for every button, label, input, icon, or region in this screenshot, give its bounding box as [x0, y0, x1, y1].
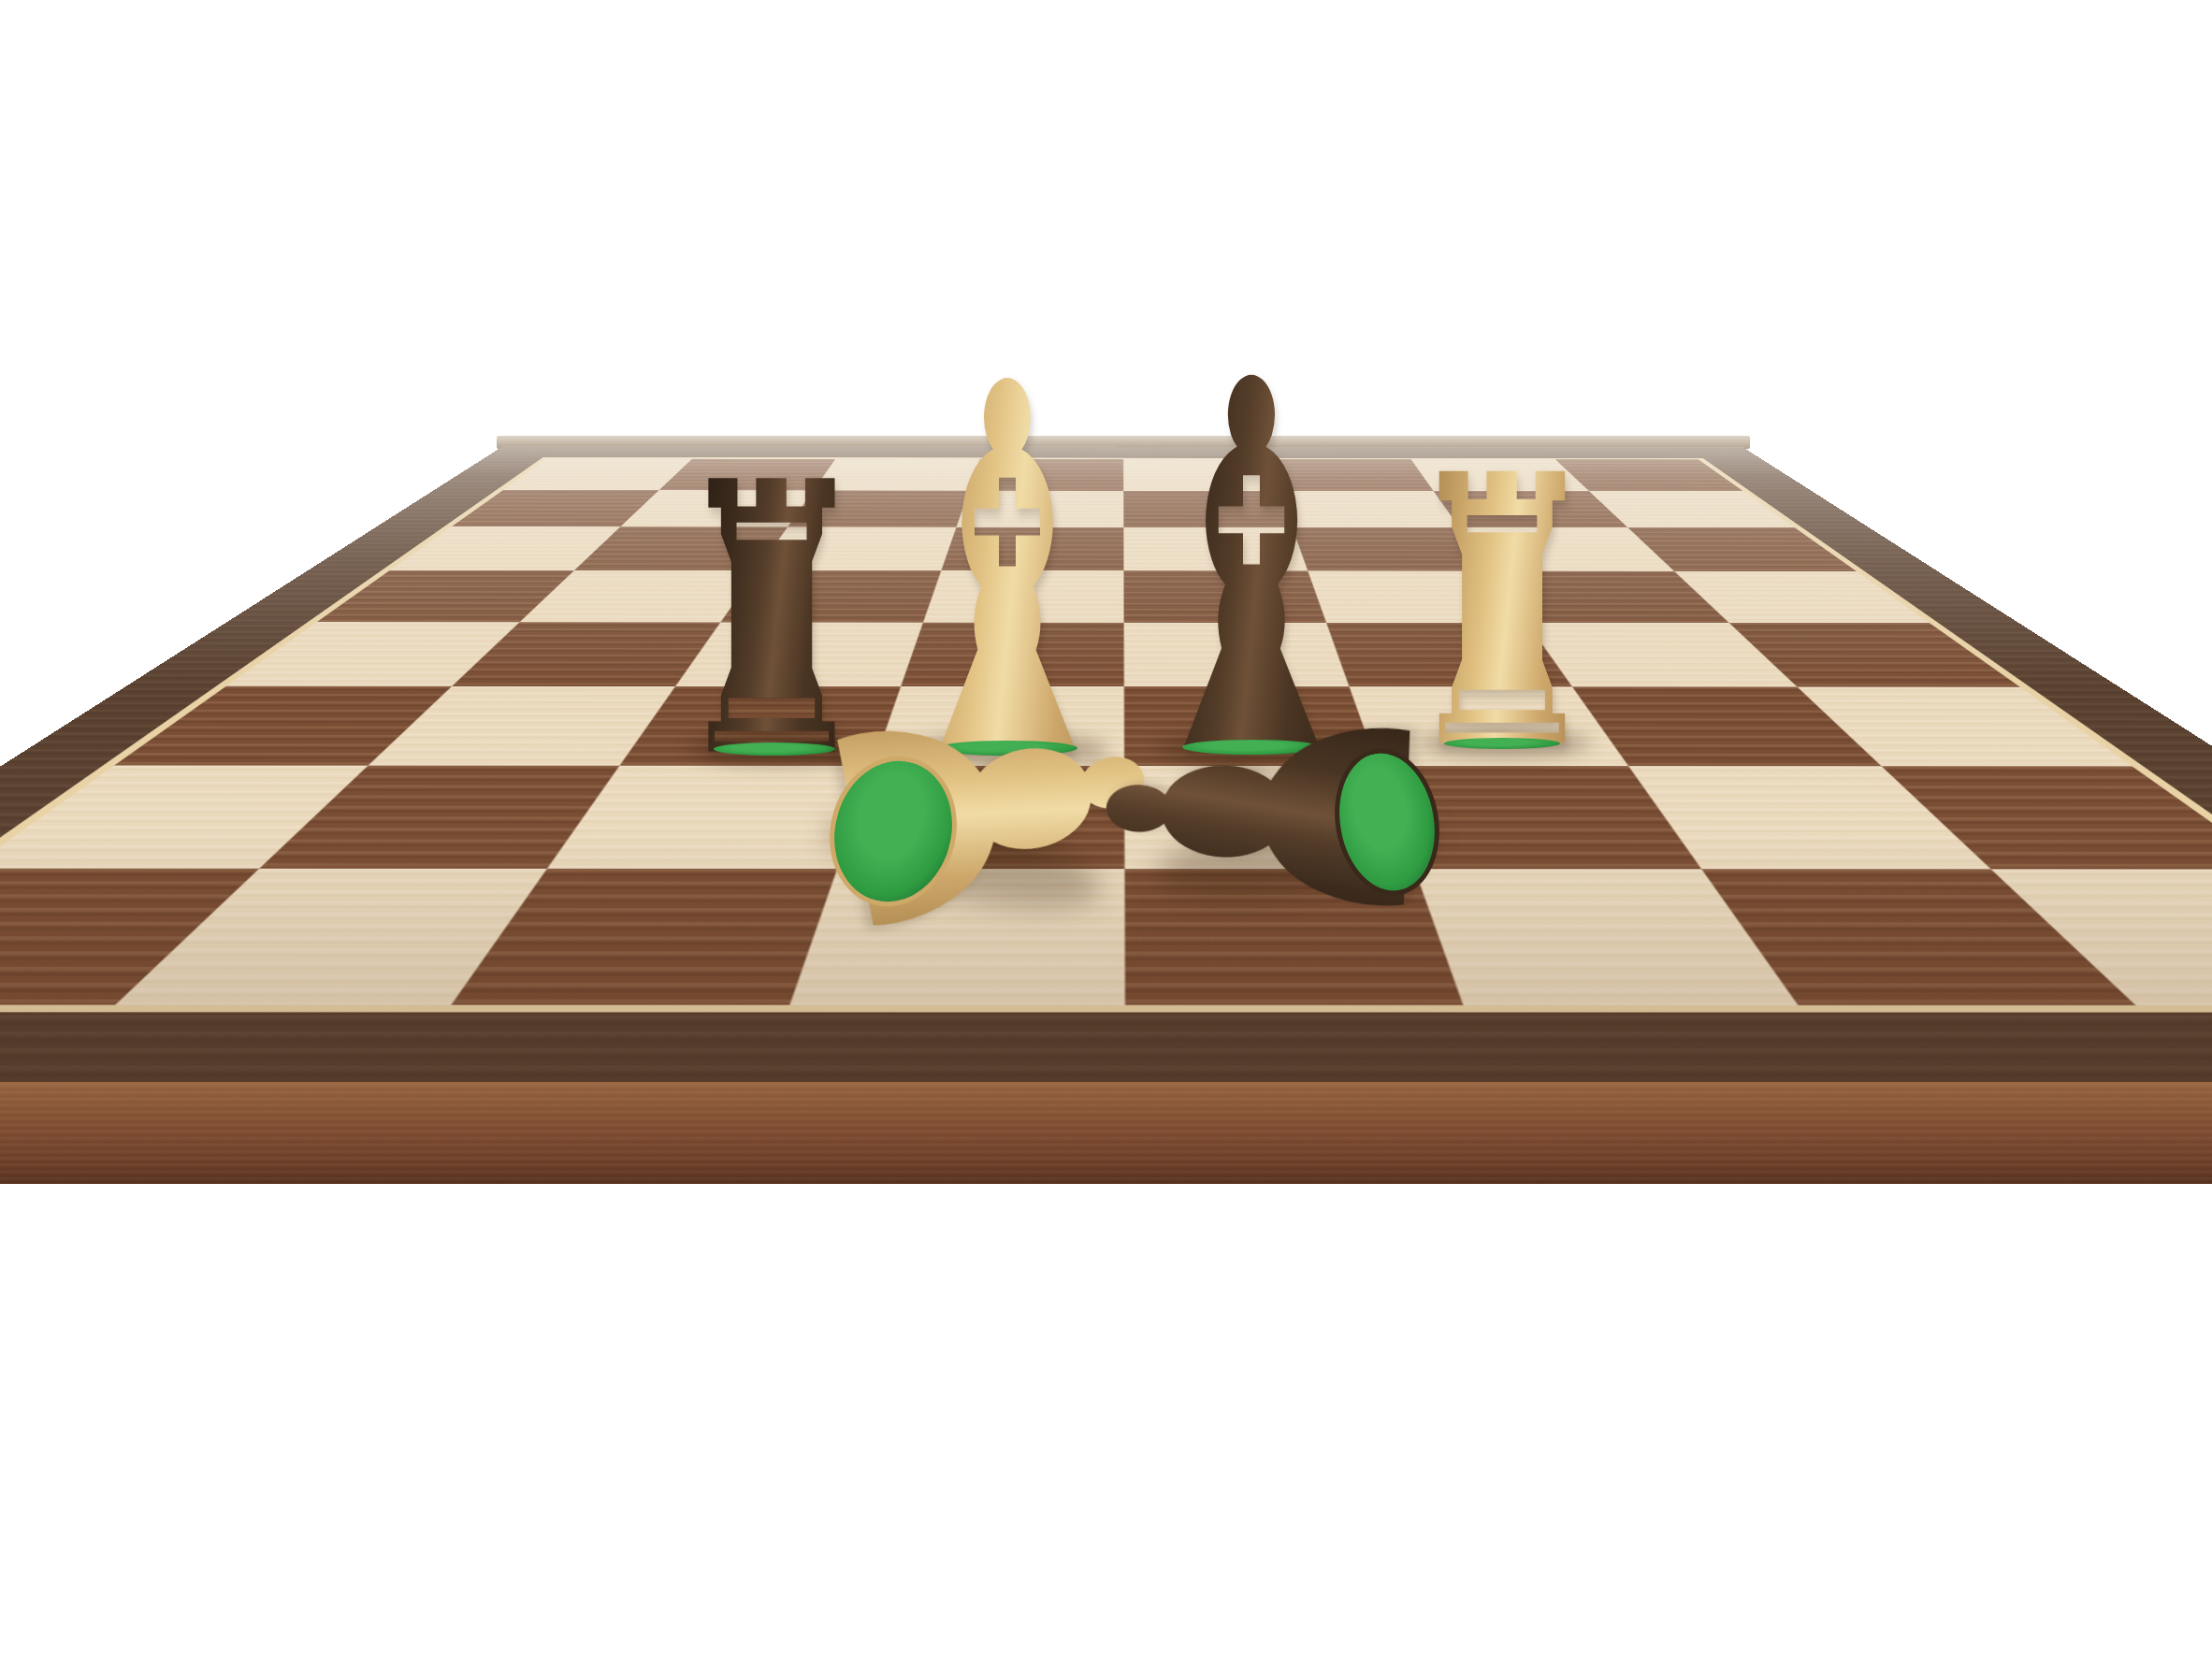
board-front-rail [0, 1082, 2212, 1184]
chess-photo-scene: ♜ ♝ ♝ ♜ ♟ ♟ [0, 0, 2212, 1658]
